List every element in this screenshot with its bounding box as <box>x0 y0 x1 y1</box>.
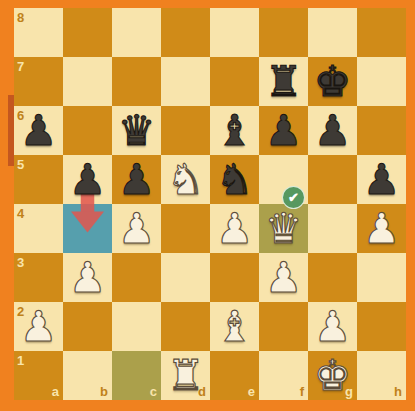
piece-white-pawn-g2[interactable]: ♟ <box>308 302 357 351</box>
square-g5[interactable] <box>308 155 357 204</box>
file-label-b: b <box>100 385 108 398</box>
piece-white-pawn-f3[interactable]: ♟ <box>259 253 308 302</box>
chess-app-window: 87♜♚6♟♛♝♟♟5♟♟♞♞♟4♟♟♛♟3♟♟2♟♝♟1abcd♜efg♚h … <box>0 0 415 411</box>
square-d2[interactable] <box>161 302 210 351</box>
square-d8[interactable] <box>161 8 210 57</box>
square-b1[interactable]: b <box>63 351 112 400</box>
square-h2[interactable] <box>357 302 406 351</box>
square-h4[interactable]: ♟ <box>357 204 406 253</box>
square-g4[interactable] <box>308 204 357 253</box>
square-d4[interactable] <box>161 204 210 253</box>
piece-white-knight-d5[interactable]: ♞ <box>161 155 210 204</box>
square-f2[interactable] <box>259 302 308 351</box>
rank-label-3: 3 <box>17 256 24 269</box>
square-d3[interactable] <box>161 253 210 302</box>
piece-white-pawn-e4[interactable]: ♟ <box>210 204 259 253</box>
square-b8[interactable] <box>63 8 112 57</box>
square-h1[interactable]: h <box>357 351 406 400</box>
square-a8[interactable]: 8 <box>14 8 63 57</box>
chess-board: 87♜♚6♟♛♝♟♟5♟♟♞♞♟4♟♟♛♟3♟♟2♟♝♟1abcd♜efg♚h <box>14 8 406 400</box>
square-g8[interactable] <box>308 8 357 57</box>
square-a6[interactable]: 6♟ <box>14 106 63 155</box>
piece-black-king-g7[interactable]: ♚ <box>308 57 357 106</box>
square-g6[interactable]: ♟ <box>308 106 357 155</box>
square-e4[interactable]: ♟ <box>210 204 259 253</box>
square-a3[interactable]: 3 <box>14 253 63 302</box>
square-a1[interactable]: 1a <box>14 351 63 400</box>
square-b6[interactable] <box>63 106 112 155</box>
square-f7[interactable]: ♜ <box>259 57 308 106</box>
piece-white-pawn-b3[interactable]: ♟ <box>63 253 112 302</box>
square-c8[interactable] <box>112 8 161 57</box>
rank-label-1: 1 <box>17 354 24 367</box>
piece-black-knight-e5[interactable]: ♞ <box>210 155 259 204</box>
square-b5[interactable]: ♟ <box>63 155 112 204</box>
square-h8[interactable] <box>357 8 406 57</box>
square-a7[interactable]: 7 <box>14 57 63 106</box>
piece-black-pawn-g6[interactable]: ♟ <box>308 106 357 155</box>
square-d1[interactable]: d♜ <box>161 351 210 400</box>
file-label-e: e <box>248 385 255 398</box>
rank-label-8: 8 <box>17 11 24 24</box>
square-e7[interactable] <box>210 57 259 106</box>
square-g2[interactable]: ♟ <box>308 302 357 351</box>
square-h3[interactable] <box>357 253 406 302</box>
square-b7[interactable] <box>63 57 112 106</box>
piece-black-queen-c6[interactable]: ♛ <box>112 106 161 155</box>
file-label-h: h <box>394 385 402 398</box>
square-c7[interactable] <box>112 57 161 106</box>
square-g7[interactable]: ♚ <box>308 57 357 106</box>
piece-black-pawn-a6[interactable]: ♟ <box>14 106 63 155</box>
square-h5[interactable]: ♟ <box>357 155 406 204</box>
piece-black-pawn-c5[interactable]: ♟ <box>112 155 161 204</box>
square-e5[interactable]: ♞ <box>210 155 259 204</box>
piece-black-pawn-h5[interactable]: ♟ <box>357 155 406 204</box>
square-d6[interactable] <box>161 106 210 155</box>
square-e8[interactable] <box>210 8 259 57</box>
square-c2[interactable] <box>112 302 161 351</box>
square-f8[interactable] <box>259 8 308 57</box>
square-e1[interactable]: e <box>210 351 259 400</box>
piece-white-pawn-c4[interactable]: ♟ <box>112 204 161 253</box>
square-a5[interactable]: 5 <box>14 155 63 204</box>
piece-white-rook-d1[interactable]: ♜ <box>161 351 210 400</box>
square-h6[interactable] <box>357 106 406 155</box>
square-a2[interactable]: 2♟ <box>14 302 63 351</box>
rank-label-5: 5 <box>17 158 24 171</box>
square-c6[interactable]: ♛ <box>112 106 161 155</box>
square-b4[interactable] <box>63 204 112 253</box>
square-c5[interactable]: ♟ <box>112 155 161 204</box>
piece-white-pawn-a2[interactable]: ♟ <box>14 302 63 351</box>
square-f3[interactable]: ♟ <box>259 253 308 302</box>
square-c1[interactable]: c <box>112 351 161 400</box>
piece-white-king-g1[interactable]: ♚ <box>308 351 357 400</box>
piece-black-rook-f7[interactable]: ♜ <box>259 57 308 106</box>
piece-white-queen-f4[interactable]: ♛ <box>259 204 308 253</box>
file-label-f: f <box>300 385 304 398</box>
rank-label-4: 4 <box>17 207 24 220</box>
square-c3[interactable] <box>112 253 161 302</box>
square-f1[interactable]: f <box>259 351 308 400</box>
square-f4[interactable]: ♛ <box>259 204 308 253</box>
square-g1[interactable]: g♚ <box>308 351 357 400</box>
best-move-check-icon: ✔ <box>282 186 305 209</box>
square-e6[interactable]: ♝ <box>210 106 259 155</box>
file-label-c: c <box>150 385 157 398</box>
file-label-a: a <box>52 385 59 398</box>
piece-black-pawn-b5[interactable]: ♟ <box>63 155 112 204</box>
square-g3[interactable] <box>308 253 357 302</box>
square-d5[interactable]: ♞ <box>161 155 210 204</box>
piece-black-pawn-f6[interactable]: ♟ <box>259 106 308 155</box>
square-a4[interactable]: 4 <box>14 204 63 253</box>
piece-black-bishop-e6[interactable]: ♝ <box>210 106 259 155</box>
square-b2[interactable] <box>63 302 112 351</box>
square-e3[interactable] <box>210 253 259 302</box>
square-f6[interactable]: ♟ <box>259 106 308 155</box>
square-e2[interactable]: ♝ <box>210 302 259 351</box>
square-d7[interactable] <box>161 57 210 106</box>
square-b3[interactable]: ♟ <box>63 253 112 302</box>
square-c4[interactable]: ♟ <box>112 204 161 253</box>
piece-white-bishop-e2[interactable]: ♝ <box>210 302 259 351</box>
rank-label-7: 7 <box>17 60 24 73</box>
piece-white-pawn-h4[interactable]: ♟ <box>357 204 406 253</box>
square-h7[interactable] <box>357 57 406 106</box>
